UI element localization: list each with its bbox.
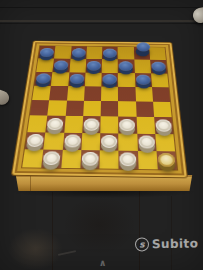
- checker-piece-blue[interactable]: [40, 48, 55, 57]
- checker-piece-blue[interactable]: [69, 74, 84, 84]
- board-square[interactable]: [152, 87, 170, 102]
- board-square[interactable]: [67, 86, 85, 101]
- board-square[interactable]: [81, 133, 100, 151]
- board-square[interactable]: [101, 86, 118, 101]
- board-square[interactable]: [153, 102, 172, 118]
- board-square[interactable]: [80, 150, 100, 169]
- wood-plank-highlight: [0, 20, 203, 22]
- board-square[interactable]: [85, 72, 102, 86]
- board-square[interactable]: [118, 117, 136, 134]
- checker-piece-blue[interactable]: [135, 42, 150, 52]
- checker-piece-white[interactable]: [43, 152, 61, 166]
- board-square[interactable]: [82, 116, 101, 133]
- board-square[interactable]: [86, 47, 102, 60]
- subito-logo-icon: s: [135, 237, 149, 251]
- board-square[interactable]: [134, 60, 151, 73]
- watermark-caret-mark: ∧: [99, 258, 106, 268]
- checker-piece-blue[interactable]: [136, 75, 151, 85]
- board-square[interactable]: [51, 72, 69, 86]
- board-square[interactable]: [30, 100, 49, 116]
- board-square[interactable]: [119, 150, 139, 169]
- board-square[interactable]: [83, 101, 101, 117]
- board-square[interactable]: [34, 72, 52, 86]
- board-square[interactable]: [137, 133, 156, 151]
- board-square[interactable]: [48, 100, 67, 116]
- board-square[interactable]: [100, 133, 119, 151]
- checker-piece-blue[interactable]: [119, 61, 133, 71]
- board-square[interactable]: [135, 87, 153, 102]
- board-square[interactable]: [49, 86, 67, 101]
- checker-piece-white[interactable]: [64, 135, 81, 148]
- board-square[interactable]: [41, 149, 62, 168]
- checker-piece-blue[interactable]: [103, 74, 117, 84]
- board-square[interactable]: [134, 73, 151, 87]
- board-square[interactable]: [118, 73, 135, 87]
- board-square[interactable]: [102, 47, 118, 60]
- board-square[interactable]: [54, 46, 71, 59]
- board-square[interactable]: [62, 132, 82, 150]
- board-square[interactable]: [150, 60, 167, 73]
- board-square[interactable]: [155, 134, 175, 152]
- checker-piece-white[interactable]: [120, 153, 137, 167]
- checker-piece-blue[interactable]: [87, 61, 101, 71]
- board-square[interactable]: [118, 59, 134, 72]
- checker-piece-white[interactable]: [83, 118, 99, 130]
- board-square[interactable]: [69, 59, 86, 72]
- checker-piece-white[interactable]: [101, 135, 117, 148]
- board-square[interactable]: [85, 59, 102, 72]
- board-square[interactable]: [99, 150, 118, 169]
- board-square[interactable]: [102, 59, 118, 72]
- board-square[interactable]: [133, 47, 149, 60]
- board-square[interactable]: [27, 116, 47, 133]
- wood-plank-seam: [0, 23, 203, 24]
- checkers-board: [11, 41, 188, 179]
- board-square[interactable]: [61, 150, 81, 169]
- board-square[interactable]: [118, 133, 137, 151]
- board-square[interactable]: [32, 86, 51, 101]
- wood-plank-seam: [171, 196, 172, 270]
- board-square[interactable]: [38, 46, 55, 59]
- board-square[interactable]: [64, 116, 83, 133]
- metal-fitting-left: [0, 89, 11, 106]
- checker-piece-gold[interactable]: [158, 153, 176, 167]
- board-square[interactable]: [68, 72, 86, 86]
- board-square[interactable]: [101, 72, 118, 86]
- board-square[interactable]: [22, 149, 43, 168]
- board-square[interactable]: [154, 117, 173, 134]
- checker-piece-blue[interactable]: [103, 48, 117, 57]
- checkers-box-photo: s Subito ∧: [0, 0, 203, 270]
- checker-piece-blue[interactable]: [151, 62, 166, 72]
- board-square[interactable]: [137, 151, 157, 170]
- checker-piece-white[interactable]: [82, 152, 99, 166]
- board-square[interactable]: [44, 132, 64, 150]
- board-square[interactable]: [118, 87, 135, 102]
- board-square[interactable]: [100, 116, 118, 133]
- checker-piece-white[interactable]: [138, 136, 155, 149]
- board-square[interactable]: [118, 101, 136, 117]
- board-square[interactable]: [36, 58, 54, 71]
- board-square[interactable]: [25, 132, 46, 150]
- checker-piece-blue[interactable]: [36, 73, 52, 83]
- board-square[interactable]: [156, 151, 177, 170]
- board-square[interactable]: [118, 47, 134, 60]
- wood-plank-seam: [139, 186, 140, 270]
- board-grid: [21, 45, 178, 170]
- board-square[interactable]: [149, 47, 166, 60]
- board-square[interactable]: [70, 46, 87, 59]
- checker-piece-blue[interactable]: [71, 48, 85, 57]
- board-square[interactable]: [84, 86, 102, 101]
- board-square[interactable]: [101, 101, 119, 117]
- board-square[interactable]: [46, 116, 66, 133]
- wood-stain: [62, 195, 137, 255]
- metal-object-right: [192, 7, 203, 25]
- checker-piece-white[interactable]: [47, 118, 64, 130]
- subito-watermark: s Subito: [135, 236, 199, 251]
- board-square[interactable]: [65, 101, 84, 117]
- board-square[interactable]: [136, 117, 155, 134]
- checker-piece-white[interactable]: [120, 119, 136, 131]
- watermark-brand-text: Subito: [152, 236, 199, 251]
- checker-piece-white[interactable]: [27, 134, 45, 147]
- checker-piece-white[interactable]: [155, 119, 172, 131]
- board-square[interactable]: [136, 101, 154, 117]
- board-square[interactable]: [53, 59, 70, 72]
- board-square[interactable]: [151, 73, 169, 87]
- wood-highlight: [8, 228, 63, 270]
- checker-piece-blue[interactable]: [54, 60, 69, 70]
- wood-plank-seam: [0, 7, 203, 8]
